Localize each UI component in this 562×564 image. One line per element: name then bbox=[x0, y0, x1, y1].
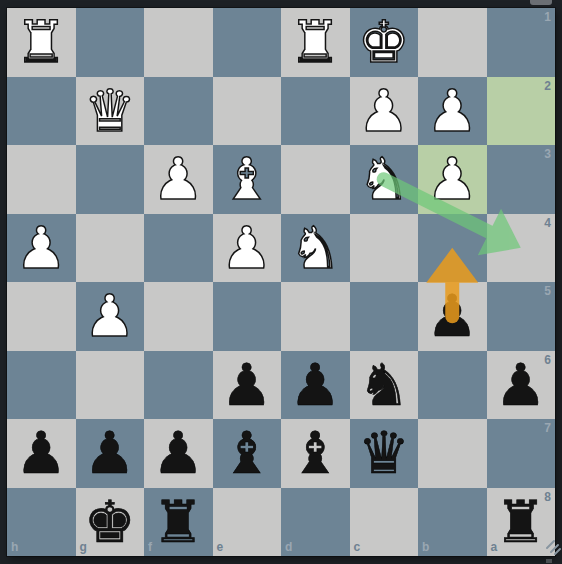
coord-rank-1: 1 bbox=[544, 11, 551, 23]
coord-rank-2: 2 bbox=[544, 80, 551, 92]
coord-file-c: c bbox=[354, 541, 361, 553]
coord-rank-5: 5 bbox=[544, 285, 551, 297]
square-c6[interactable]: ♞ bbox=[350, 351, 419, 420]
square-b6[interactable] bbox=[418, 351, 487, 420]
white-knight[interactable]: ♞ bbox=[350, 145, 419, 214]
coord-rank-4: 4 bbox=[544, 217, 551, 229]
black-rook[interactable]: ♜ bbox=[144, 488, 213, 557]
square-d1[interactable]: ♜ bbox=[281, 8, 350, 77]
square-c8[interactable]: c bbox=[350, 488, 419, 557]
square-c7[interactable]: ♛ bbox=[350, 419, 419, 488]
square-c3[interactable]: ♞ bbox=[350, 145, 419, 214]
square-e2[interactable] bbox=[213, 77, 282, 146]
square-g6[interactable] bbox=[76, 351, 145, 420]
coord-file-b: b bbox=[422, 541, 429, 553]
square-d6[interactable]: ♟ bbox=[281, 351, 350, 420]
square-a6[interactable]: ♟6 bbox=[487, 351, 556, 420]
square-g8[interactable]: ♚g bbox=[76, 488, 145, 557]
square-h1[interactable]: ♜ bbox=[7, 8, 76, 77]
square-d7[interactable]: ♝ bbox=[281, 419, 350, 488]
square-e7[interactable]: ♝ bbox=[213, 419, 282, 488]
square-d2[interactable] bbox=[281, 77, 350, 146]
app-background: ♜♜♚1♛♟♟2♟♝♞♟3♟♟♞4♟♟5♟♟♞♟6♟♟♟♝♝♛7h♚g♜fedc… bbox=[0, 0, 562, 564]
coord-rank-8: 8 bbox=[544, 491, 551, 503]
white-pawn[interactable]: ♟ bbox=[213, 214, 282, 283]
white-pawn[interactable]: ♟ bbox=[350, 77, 419, 146]
white-bishop[interactable]: ♝ bbox=[213, 145, 282, 214]
square-a1[interactable]: 1 bbox=[487, 8, 556, 77]
square-b1[interactable] bbox=[418, 8, 487, 77]
black-pawn[interactable]: ♟ bbox=[7, 419, 76, 488]
square-h3[interactable] bbox=[7, 145, 76, 214]
square-e4[interactable]: ♟ bbox=[213, 214, 282, 283]
coord-rank-6: 6 bbox=[544, 354, 551, 366]
square-h4[interactable]: ♟ bbox=[7, 214, 76, 283]
square-e6[interactable]: ♟ bbox=[213, 351, 282, 420]
square-h5[interactable] bbox=[7, 282, 76, 351]
square-f7[interactable]: ♟ bbox=[144, 419, 213, 488]
black-pawn[interactable]: ♟ bbox=[281, 351, 350, 420]
black-pawn[interactable]: ♟ bbox=[213, 351, 282, 420]
coord-rank-7: 7 bbox=[544, 422, 551, 434]
square-a3[interactable]: 3 bbox=[487, 145, 556, 214]
black-pawn[interactable]: ♟ bbox=[76, 419, 145, 488]
square-h7[interactable]: ♟ bbox=[7, 419, 76, 488]
black-knight[interactable]: ♞ bbox=[350, 351, 419, 420]
square-f2[interactable] bbox=[144, 77, 213, 146]
coord-file-g: g bbox=[80, 541, 87, 553]
square-b3[interactable]: ♟ bbox=[418, 145, 487, 214]
square-c2[interactable]: ♟ bbox=[350, 77, 419, 146]
white-pawn[interactable]: ♟ bbox=[76, 282, 145, 351]
coord-rank-3: 3 bbox=[544, 148, 551, 160]
square-e1[interactable] bbox=[213, 8, 282, 77]
square-f4[interactable] bbox=[144, 214, 213, 283]
square-g5[interactable]: ♟ bbox=[76, 282, 145, 351]
white-king[interactable]: ♚ bbox=[350, 8, 419, 77]
white-pawn[interactable]: ♟ bbox=[418, 77, 487, 146]
black-pawn[interactable]: ♟ bbox=[418, 282, 487, 351]
white-knight[interactable]: ♞ bbox=[281, 214, 350, 283]
square-g7[interactable]: ♟ bbox=[76, 419, 145, 488]
square-b4[interactable] bbox=[418, 214, 487, 283]
square-g2[interactable]: ♛ bbox=[76, 77, 145, 146]
white-rook[interactable]: ♜ bbox=[281, 8, 350, 77]
black-queen[interactable]: ♛ bbox=[350, 419, 419, 488]
white-rook[interactable]: ♜ bbox=[7, 8, 76, 77]
coord-file-h: h bbox=[11, 541, 18, 553]
square-c5[interactable] bbox=[350, 282, 419, 351]
board-resize-handle[interactable] bbox=[543, 537, 562, 556]
square-a4[interactable]: 4 bbox=[487, 214, 556, 283]
coord-file-d: d bbox=[285, 541, 292, 553]
square-b2[interactable]: ♟ bbox=[418, 77, 487, 146]
black-bishop[interactable]: ♝ bbox=[281, 419, 350, 488]
square-h6[interactable] bbox=[7, 351, 76, 420]
page-artifact-dot bbox=[546, 559, 552, 563]
white-pawn[interactable]: ♟ bbox=[7, 214, 76, 283]
square-f5[interactable] bbox=[144, 282, 213, 351]
square-b8[interactable]: b bbox=[418, 488, 487, 557]
square-f8[interactable]: ♜f bbox=[144, 488, 213, 557]
square-d4[interactable]: ♞ bbox=[281, 214, 350, 283]
white-queen[interactable]: ♛ bbox=[76, 77, 145, 146]
scrollbar-thumb-fragment[interactable] bbox=[530, 0, 552, 5]
square-e3[interactable]: ♝ bbox=[213, 145, 282, 214]
square-c1[interactable]: ♚ bbox=[350, 8, 419, 77]
square-e8[interactable]: e bbox=[213, 488, 282, 557]
square-a5[interactable]: 5 bbox=[487, 282, 556, 351]
square-a2[interactable]: 2 bbox=[487, 77, 556, 146]
chess-board: ♜♜♚1♛♟♟2♟♝♞♟3♟♟♞4♟♟5♟♟♞♟6♟♟♟♝♝♛7h♚g♜fedc… bbox=[7, 8, 555, 556]
square-e5[interactable] bbox=[213, 282, 282, 351]
square-f3[interactable]: ♟ bbox=[144, 145, 213, 214]
square-b7[interactable] bbox=[418, 419, 487, 488]
black-bishop[interactable]: ♝ bbox=[213, 419, 282, 488]
white-pawn[interactable]: ♟ bbox=[418, 145, 487, 214]
black-pawn[interactable]: ♟ bbox=[144, 419, 213, 488]
coord-file-f: f bbox=[148, 541, 152, 553]
square-g4[interactable] bbox=[76, 214, 145, 283]
square-h2[interactable] bbox=[7, 77, 76, 146]
white-pawn[interactable]: ♟ bbox=[144, 145, 213, 214]
square-d3[interactable] bbox=[281, 145, 350, 214]
square-f1[interactable] bbox=[144, 8, 213, 77]
square-c4[interactable] bbox=[350, 214, 419, 283]
coord-file-a: a bbox=[491, 541, 498, 553]
square-h8[interactable]: h bbox=[7, 488, 76, 557]
square-a7[interactable]: 7 bbox=[487, 419, 556, 488]
resize-grip-lines bbox=[547, 541, 560, 554]
square-g1[interactable] bbox=[76, 8, 145, 77]
coord-file-e: e bbox=[217, 541, 224, 553]
square-d5[interactable] bbox=[281, 282, 350, 351]
square-d8[interactable]: d bbox=[281, 488, 350, 557]
square-b5[interactable]: ♟ bbox=[418, 282, 487, 351]
square-g3[interactable] bbox=[76, 145, 145, 214]
square-f6[interactable] bbox=[144, 351, 213, 420]
